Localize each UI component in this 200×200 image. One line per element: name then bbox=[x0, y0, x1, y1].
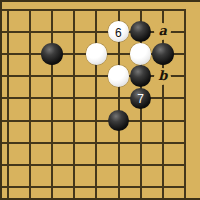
stone-move-number: 6 bbox=[115, 26, 122, 38]
point-s18[interactable]: a bbox=[152, 21, 174, 43]
black-stone-s17[interactable] bbox=[152, 43, 174, 65]
black-stone-r15[interactable]: 7 bbox=[130, 88, 152, 110]
go-board[interactable]: 67ab bbox=[0, 0, 200, 200]
white-stone-r17[interactable] bbox=[130, 43, 152, 65]
point-s16[interactable]: b bbox=[152, 65, 174, 87]
black-stone-q14[interactable] bbox=[108, 110, 130, 132]
point-s17[interactable] bbox=[152, 43, 174, 65]
marker-a[interactable]: a bbox=[154, 23, 171, 40]
point-r17[interactable] bbox=[130, 43, 152, 65]
stone-move-number: 7 bbox=[137, 93, 144, 105]
black-stone-n17[interactable] bbox=[41, 43, 63, 65]
point-r15[interactable]: 7 bbox=[130, 87, 152, 109]
point-q16[interactable] bbox=[107, 65, 129, 87]
black-stone-r18[interactable] bbox=[130, 21, 152, 43]
white-stone-q16[interactable] bbox=[108, 65, 130, 87]
white-stone-p17[interactable] bbox=[86, 43, 108, 65]
crop-border-left bbox=[0, 0, 2, 200]
point-r18[interactable] bbox=[130, 21, 152, 43]
crop-border-top bbox=[0, 0, 200, 2]
point-q18[interactable]: 6 bbox=[107, 21, 129, 43]
marker-letter: b bbox=[158, 69, 167, 82]
marker-letter: a bbox=[159, 24, 167, 37]
point-n17[interactable] bbox=[41, 43, 63, 65]
intersection-grid: 67ab bbox=[0, 0, 196, 198]
point-r16[interactable] bbox=[130, 65, 152, 87]
black-stone-r16[interactable] bbox=[130, 65, 152, 87]
marker-b[interactable]: b bbox=[154, 68, 171, 85]
crop-border-bottom bbox=[0, 198, 200, 200]
point-q14[interactable] bbox=[107, 109, 129, 131]
white-stone-q18[interactable]: 6 bbox=[108, 21, 130, 43]
point-p17[interactable] bbox=[85, 43, 107, 65]
